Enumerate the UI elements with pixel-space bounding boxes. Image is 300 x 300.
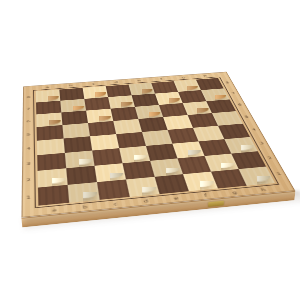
white-piece-cap <box>39 162 66 173</box>
white-piece-cap <box>67 144 93 155</box>
white-piece-shadow <box>177 151 200 157</box>
white-piece-cap <box>129 171 156 182</box>
white-piece-cap <box>122 140 147 151</box>
white-piece-cap <box>176 135 201 145</box>
white-piece-shadow <box>154 169 178 176</box>
white-piece-shadow <box>40 179 65 186</box>
rank-label-7: 7 <box>25 103 33 116</box>
white-piece-cap <box>229 131 254 141</box>
board-tilt: abcdefgh abcdefgh 87654321 87654321 <box>21 72 295 218</box>
white-piece-shadow <box>245 177 269 184</box>
white-piece-shadow <box>71 194 96 201</box>
white-piece-shadow <box>130 188 155 195</box>
rank-label-8: 8 <box>25 92 33 104</box>
white-piece-shadow <box>68 160 92 166</box>
white-piece-cap <box>97 157 123 168</box>
white-piece-cap <box>187 166 214 177</box>
white-piece-cap <box>243 161 270 172</box>
white-piece-shadow <box>123 156 146 162</box>
white-piece-shadow <box>188 183 213 190</box>
white-piece-cap <box>153 152 179 163</box>
scene: abcdefgh abcdefgh 87654321 87654321 <box>0 0 300 300</box>
product-photo: abcdefgh abcdefgh 87654321 87654321 <box>0 0 300 300</box>
white-piece-cap <box>69 176 97 188</box>
white-piece-cap <box>209 148 235 159</box>
rank-label-6: 6 <box>25 115 33 128</box>
white-piece-shadow <box>98 174 122 181</box>
